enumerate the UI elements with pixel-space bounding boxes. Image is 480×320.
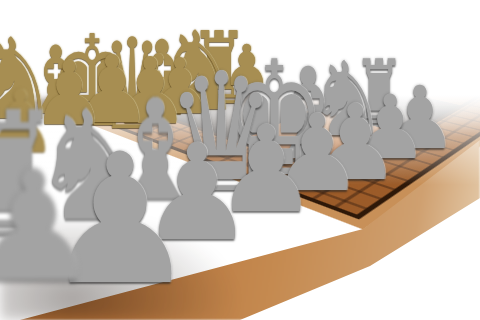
pieces-layer: ♞♟♝♟♚♟♛♟♝♟♞♜♟♜♟♞♟♝♟♛♟♚♝♟♞♟♜♟♟ — [0, 0, 480, 320]
piece-silver-pawn: ♟ — [0, 151, 98, 304]
chess-set-photo: ♞♟♝♟♚♟♛♟♝♟♞♜♟♜♟♞♟♝♟♛♟♚♝♟♞♟♜♟♟ — [0, 0, 480, 320]
